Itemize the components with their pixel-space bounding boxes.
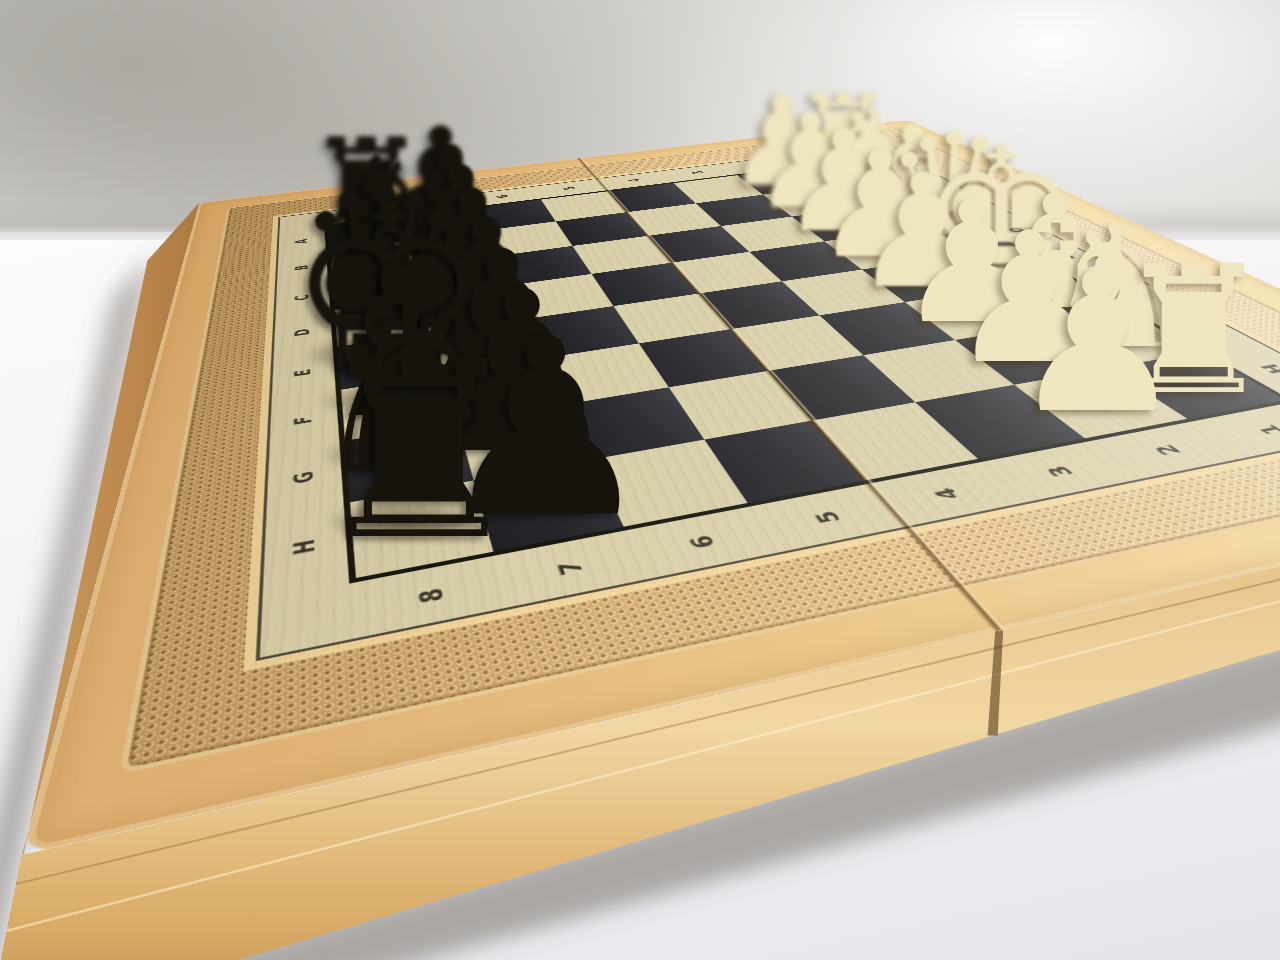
photo-scene: AABBCCDDEEFFGGHH8877665544332211 ♜︎♞︎♝︎♛… [0, 0, 1280, 960]
